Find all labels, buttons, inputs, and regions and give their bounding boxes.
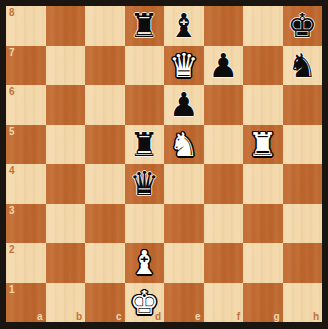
rank-label-1: 1: [9, 284, 15, 295]
file-label-g: g: [273, 311, 279, 322]
square-g6[interactable]: [243, 85, 283, 125]
square-e3[interactable]: [164, 204, 204, 244]
square-a6[interactable]: 6: [6, 85, 46, 125]
square-a5[interactable]: 5: [6, 125, 46, 165]
square-e7[interactable]: ♛: [164, 46, 204, 86]
rank-label-5: 5: [9, 126, 15, 137]
file-label-a: a: [37, 311, 43, 322]
piece-black-queen[interactable]: ♛: [125, 164, 165, 204]
square-g2[interactable]: [243, 243, 283, 283]
square-h5[interactable]: [283, 125, 323, 165]
square-e5[interactable]: ♞: [164, 125, 204, 165]
chess-board-frame: 8♜♝♚7♛♟♞6♟5♜♞♜4♛32♝1abcd♚efgh: [0, 0, 328, 329]
square-g3[interactable]: [243, 204, 283, 244]
square-g7[interactable]: [243, 46, 283, 86]
square-h4[interactable]: [283, 164, 323, 204]
square-g1[interactable]: g: [243, 283, 283, 323]
file-label-b: b: [76, 311, 82, 322]
file-label-c: c: [116, 311, 122, 322]
square-f1[interactable]: f: [204, 283, 244, 323]
square-a8[interactable]: 8: [6, 6, 46, 46]
square-f3[interactable]: [204, 204, 244, 244]
square-f4[interactable]: [204, 164, 244, 204]
square-b2[interactable]: [46, 243, 86, 283]
chess-board: 8♜♝♚7♛♟♞6♟5♜♞♜4♛32♝1abcd♚efgh: [6, 6, 322, 322]
piece-white-knight[interactable]: ♞: [164, 125, 204, 165]
square-h6[interactable]: [283, 85, 323, 125]
square-e2[interactable]: [164, 243, 204, 283]
square-c5[interactable]: [85, 125, 125, 165]
square-b3[interactable]: [46, 204, 86, 244]
square-b1[interactable]: b: [46, 283, 86, 323]
square-d5[interactable]: ♜: [125, 125, 165, 165]
square-e8[interactable]: ♝: [164, 6, 204, 46]
square-a3[interactable]: 3: [6, 204, 46, 244]
square-c7[interactable]: [85, 46, 125, 86]
square-c1[interactable]: c: [85, 283, 125, 323]
square-c2[interactable]: [85, 243, 125, 283]
square-f6[interactable]: [204, 85, 244, 125]
piece-white-bishop[interactable]: ♝: [125, 243, 165, 283]
square-e1[interactable]: e: [164, 283, 204, 323]
rank-label-8: 8: [9, 7, 15, 18]
piece-black-pawn[interactable]: ♟: [164, 85, 204, 125]
square-h1[interactable]: h: [283, 283, 323, 323]
rank-label-3: 3: [9, 205, 15, 216]
square-b5[interactable]: [46, 125, 86, 165]
square-b4[interactable]: [46, 164, 86, 204]
square-d2[interactable]: ♝: [125, 243, 165, 283]
rank-label-6: 6: [9, 86, 15, 97]
square-b6[interactable]: [46, 85, 86, 125]
square-f7[interactable]: ♟: [204, 46, 244, 86]
square-g8[interactable]: [243, 6, 283, 46]
square-c6[interactable]: [85, 85, 125, 125]
piece-white-queen[interactable]: ♛: [164, 46, 204, 86]
square-g4[interactable]: [243, 164, 283, 204]
square-d7[interactable]: [125, 46, 165, 86]
file-label-d: d: [155, 311, 161, 322]
square-h8[interactable]: ♚: [283, 6, 323, 46]
square-f2[interactable]: [204, 243, 244, 283]
square-f8[interactable]: [204, 6, 244, 46]
square-d1[interactable]: d♚: [125, 283, 165, 323]
piece-black-rook[interactable]: ♜: [125, 6, 165, 46]
piece-black-rook[interactable]: ♜: [125, 125, 165, 165]
rank-label-7: 7: [9, 47, 15, 58]
square-c3[interactable]: [85, 204, 125, 244]
piece-black-pawn[interactable]: ♟: [204, 46, 244, 86]
rank-label-2: 2: [9, 244, 15, 255]
square-b8[interactable]: [46, 6, 86, 46]
square-c8[interactable]: [85, 6, 125, 46]
square-d4[interactable]: ♛: [125, 164, 165, 204]
square-h3[interactable]: [283, 204, 323, 244]
square-f5[interactable]: [204, 125, 244, 165]
square-e6[interactable]: ♟: [164, 85, 204, 125]
rank-label-4: 4: [9, 165, 15, 176]
file-label-f: f: [237, 311, 240, 322]
square-a2[interactable]: 2: [6, 243, 46, 283]
square-a4[interactable]: 4: [6, 164, 46, 204]
piece-black-knight[interactable]: ♞: [283, 46, 323, 86]
piece-black-bishop[interactable]: ♝: [164, 6, 204, 46]
piece-black-king[interactable]: ♚: [283, 6, 323, 46]
piece-white-rook[interactable]: ♜: [243, 125, 283, 165]
square-e4[interactable]: [164, 164, 204, 204]
file-label-e: e: [195, 311, 201, 322]
square-g5[interactable]: ♜: [243, 125, 283, 165]
square-a7[interactable]: 7: [6, 46, 46, 86]
square-d3[interactable]: [125, 204, 165, 244]
square-a1[interactable]: 1a: [6, 283, 46, 323]
square-b7[interactable]: [46, 46, 86, 86]
file-label-h: h: [313, 311, 319, 322]
square-c4[interactable]: [85, 164, 125, 204]
square-d6[interactable]: [125, 85, 165, 125]
square-h7[interactable]: ♞: [283, 46, 323, 86]
square-h2[interactable]: [283, 243, 323, 283]
square-d8[interactable]: ♜: [125, 6, 165, 46]
